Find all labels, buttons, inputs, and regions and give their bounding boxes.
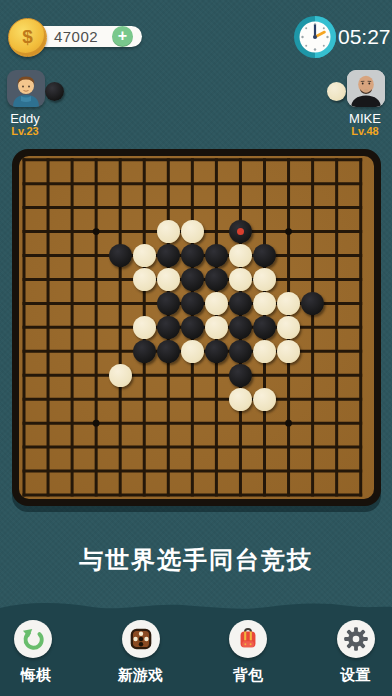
stone-black <box>181 244 204 267</box>
stone-black <box>229 316 252 339</box>
stone-black <box>205 244 228 267</box>
player-right-avatar <box>347 70 385 107</box>
player-right-level: Lv.48 <box>325 125 392 137</box>
stone-white <box>229 244 252 267</box>
stone-white <box>181 340 204 363</box>
man-avatar-icon <box>347 70 385 107</box>
star-point <box>93 420 100 427</box>
stone-white <box>109 364 132 387</box>
backpack-button[interactable] <box>229 620 267 658</box>
stone-black <box>229 220 252 243</box>
stone-white <box>253 340 276 363</box>
stone-black <box>205 268 228 291</box>
stone-white <box>181 220 204 243</box>
bottom-bar-wave-edge <box>0 598 392 612</box>
stone-white <box>205 316 228 339</box>
star-point <box>285 228 292 235</box>
stone-white <box>133 244 156 267</box>
star-point <box>93 228 100 235</box>
stone-black <box>253 316 276 339</box>
stone-black <box>181 316 204 339</box>
dollar-coin-icon: $ <box>8 18 47 57</box>
stone-black <box>133 340 156 363</box>
stone-white <box>229 268 252 291</box>
stone-black <box>157 292 180 315</box>
stone-white <box>277 316 300 339</box>
undo-icon <box>20 626 47 653</box>
stone-white <box>277 340 300 363</box>
gomoku-board[interactable] <box>12 149 381 506</box>
boy-avatar-icon <box>7 70 45 107</box>
stone-white <box>205 292 228 315</box>
settings-label: 设置 <box>311 666 392 685</box>
stone-black <box>301 292 324 315</box>
stone-white <box>157 220 180 243</box>
stone-white <box>253 292 276 315</box>
stone-white <box>253 268 276 291</box>
stone-black <box>157 244 180 267</box>
stone-black <box>205 340 228 363</box>
undo-label: 悔棋 <box>0 666 81 685</box>
stone-black <box>181 292 204 315</box>
coin-amount: 47002 <box>42 26 110 47</box>
stone-black <box>229 364 252 387</box>
stone-white <box>229 388 252 411</box>
dice-icon <box>127 625 155 653</box>
stone-white <box>277 292 300 315</box>
stone-white <box>157 268 180 291</box>
player-left-stone-black <box>45 82 64 101</box>
star-point <box>285 420 292 427</box>
last-move-marker <box>237 228 244 235</box>
player-left-name: Eddy <box>0 111 65 126</box>
stone-black <box>253 244 276 267</box>
player-left-level: Lv.23 <box>0 125 65 137</box>
clock-icon <box>293 15 337 59</box>
stone-white <box>133 316 156 339</box>
backpack-label: 背包 <box>203 666 293 685</box>
game-screen: 47002 $ + 05:27 Eddy Lv.23 <box>0 0 392 696</box>
stone-black <box>109 244 132 267</box>
gear-icon <box>342 625 370 653</box>
undo-button[interactable] <box>14 620 52 658</box>
stone-black <box>229 292 252 315</box>
new-game-label: 新游戏 <box>96 666 186 685</box>
player-right-stone-white <box>327 82 346 101</box>
settings-button[interactable] <box>337 620 375 658</box>
new-game-button[interactable] <box>122 620 160 658</box>
promo-banner-text: 与世界选手同台竞技 <box>0 544 392 576</box>
backpack-icon <box>234 625 262 653</box>
stone-black <box>181 268 204 291</box>
stone-black <box>157 340 180 363</box>
stone-white <box>133 268 156 291</box>
stone-white <box>253 388 276 411</box>
add-coins-button[interactable]: + <box>112 26 133 47</box>
player-right-name: MIKE <box>325 111 392 126</box>
game-timer: 05:27 <box>338 25 392 49</box>
stone-black <box>157 316 180 339</box>
stone-black <box>229 340 252 363</box>
player-left-avatar <box>7 70 45 107</box>
